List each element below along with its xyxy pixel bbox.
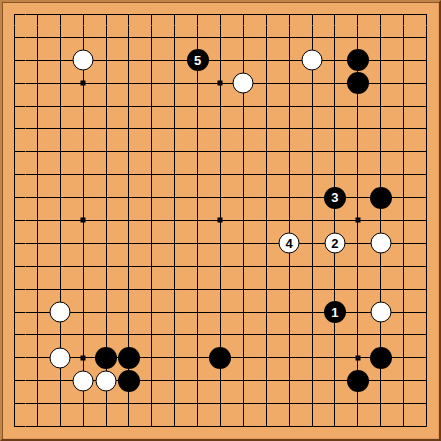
intersection-c6-r11[interactable] [117, 232, 140, 255]
intersection-c19-r9[interactable] [415, 186, 438, 209]
intersection-c3-r12[interactable] [49, 255, 72, 278]
intersection-c10-r12[interactable] [209, 255, 232, 278]
intersection-c4-r3[interactable] [72, 49, 95, 72]
intersection-c14-r2[interactable] [301, 26, 324, 49]
intersection-c2-r1[interactable] [26, 3, 49, 26]
intersection-c13-r8[interactable] [278, 163, 301, 186]
intersection-c12-r18[interactable] [255, 392, 278, 415]
intersection-c19-r17[interactable] [415, 369, 438, 392]
intersection-c17-r4[interactable] [369, 72, 392, 95]
intersection-c12-r7[interactable] [255, 140, 278, 163]
intersection-c4-r13[interactable] [72, 278, 95, 301]
intersection-c14-r18[interactable] [301, 392, 324, 415]
intersection-c8-r10[interactable] [163, 209, 186, 232]
intersection-c14-r7[interactable] [301, 140, 324, 163]
intersection-c4-r18[interactable] [72, 392, 95, 415]
intersection-c18-r9[interactable] [392, 186, 415, 209]
intersection-c3-r19[interactable] [49, 415, 72, 438]
intersection-c17-r8[interactable] [369, 163, 392, 186]
intersection-c2-r17[interactable] [26, 369, 49, 392]
intersection-c16-r7[interactable] [346, 140, 369, 163]
intersection-c7-r15[interactable] [140, 324, 163, 347]
intersection-c1-r6[interactable] [3, 117, 26, 140]
intersection-c13-r16[interactable] [278, 346, 301, 369]
intersection-c10-r18[interactable] [209, 392, 232, 415]
intersection-c18-r11[interactable] [392, 232, 415, 255]
intersection-c12-r13[interactable] [255, 278, 278, 301]
intersection-c10-r7[interactable] [209, 140, 232, 163]
intersection-c5-r17[interactable] [95, 369, 118, 392]
intersection-c7-r2[interactable] [140, 26, 163, 49]
intersection-c17-r3[interactable] [369, 49, 392, 72]
intersection-c12-r19[interactable] [255, 415, 278, 438]
intersection-c11-r17[interactable] [232, 369, 255, 392]
intersection-c3-r13[interactable] [49, 278, 72, 301]
intersection-c10-r14[interactable] [209, 301, 232, 324]
intersection-c11-r19[interactable] [232, 415, 255, 438]
intersection-c8-r15[interactable] [163, 324, 186, 347]
intersection-c12-r17[interactable] [255, 369, 278, 392]
intersection-c15-r3[interactable] [324, 49, 347, 72]
intersection-c15-r5[interactable] [324, 95, 347, 118]
intersection-c1-r12[interactable] [3, 255, 26, 278]
intersection-c13-r5[interactable] [278, 95, 301, 118]
intersection-c7-r9[interactable] [140, 186, 163, 209]
intersection-c16-r15[interactable] [346, 324, 369, 347]
intersection-c12-r6[interactable] [255, 117, 278, 140]
intersection-c11-r6[interactable] [232, 117, 255, 140]
intersection-c5-r18[interactable] [95, 392, 118, 415]
intersection-c6-r10[interactable] [117, 209, 140, 232]
intersection-c13-r3[interactable] [278, 49, 301, 72]
intersection-c3-r16[interactable] [49, 346, 72, 369]
intersection-c9-r12[interactable] [186, 255, 209, 278]
intersection-c7-r16[interactable] [140, 346, 163, 369]
intersection-c7-r17[interactable] [140, 369, 163, 392]
intersection-c17-r9[interactable] [369, 186, 392, 209]
intersection-c4-r5[interactable] [72, 95, 95, 118]
intersection-c6-r14[interactable] [117, 301, 140, 324]
intersection-c6-r2[interactable] [117, 26, 140, 49]
intersection-c8-r7[interactable] [163, 140, 186, 163]
intersection-c3-r1[interactable] [49, 3, 72, 26]
intersection-c3-r18[interactable] [49, 392, 72, 415]
intersection-c8-r13[interactable] [163, 278, 186, 301]
intersection-c12-r2[interactable] [255, 26, 278, 49]
intersection-c7-r1[interactable] [140, 3, 163, 26]
intersection-c1-r4[interactable] [3, 72, 26, 95]
intersection-c1-r8[interactable] [3, 163, 26, 186]
intersection-c10-r11[interactable] [209, 232, 232, 255]
intersection-c17-r13[interactable] [369, 278, 392, 301]
intersection-c4-r1[interactable] [72, 3, 95, 26]
intersection-c2-r12[interactable] [26, 255, 49, 278]
intersection-c5-r7[interactable] [95, 140, 118, 163]
intersection-c1-r11[interactable] [3, 232, 26, 255]
intersection-c1-r1[interactable] [3, 3, 26, 26]
intersection-c17-r7[interactable] [369, 140, 392, 163]
intersection-c12-r12[interactable] [255, 255, 278, 278]
intersection-c3-r9[interactable] [49, 186, 72, 209]
intersection-c1-r2[interactable] [3, 26, 26, 49]
intersection-c18-r5[interactable] [392, 95, 415, 118]
intersection-c18-r7[interactable] [392, 140, 415, 163]
intersection-c13-r10[interactable] [278, 209, 301, 232]
intersection-c1-r5[interactable] [3, 95, 26, 118]
intersection-c13-r12[interactable] [278, 255, 301, 278]
intersection-c9-r2[interactable] [186, 26, 209, 49]
intersection-c12-r4[interactable] [255, 72, 278, 95]
intersection-c8-r16[interactable] [163, 346, 186, 369]
intersection-c14-r5[interactable] [301, 95, 324, 118]
intersection-c3-r5[interactable] [49, 95, 72, 118]
intersection-c6-r1[interactable] [117, 3, 140, 26]
intersection-c6-r7[interactable] [117, 140, 140, 163]
intersection-c13-r13[interactable] [278, 278, 301, 301]
intersection-c13-r4[interactable] [278, 72, 301, 95]
intersection-c13-r7[interactable] [278, 140, 301, 163]
intersection-c11-r9[interactable] [232, 186, 255, 209]
intersection-c1-r16[interactable] [3, 346, 26, 369]
intersection-c5-r8[interactable] [95, 163, 118, 186]
intersection-c18-r10[interactable] [392, 209, 415, 232]
intersection-c13-r2[interactable] [278, 26, 301, 49]
intersection-c3-r15[interactable] [49, 324, 72, 347]
intersection-c4-r16[interactable] [72, 346, 95, 369]
intersection-c16-r16[interactable] [346, 346, 369, 369]
intersection-c19-r1[interactable] [415, 3, 438, 26]
intersection-c11-r10[interactable] [232, 209, 255, 232]
intersection-c9-r18[interactable] [186, 392, 209, 415]
intersection-c15-r7[interactable] [324, 140, 347, 163]
intersection-c6-r15[interactable] [117, 324, 140, 347]
intersection-c2-r13[interactable] [26, 278, 49, 301]
intersection-c11-r5[interactable] [232, 95, 255, 118]
intersection-c6-r6[interactable] [117, 117, 140, 140]
intersection-c10-r8[interactable] [209, 163, 232, 186]
intersection-c14-r19[interactable] [301, 415, 324, 438]
intersection-c8-r9[interactable] [163, 186, 186, 209]
intersection-c8-r14[interactable] [163, 301, 186, 324]
intersection-c8-r4[interactable] [163, 72, 186, 95]
intersection-c12-r8[interactable] [255, 163, 278, 186]
intersection-c5-r5[interactable] [95, 95, 118, 118]
intersection-c5-r6[interactable] [95, 117, 118, 140]
intersection-c6-r3[interactable] [117, 49, 140, 72]
intersection-c14-r3[interactable] [301, 49, 324, 72]
intersection-c9-r15[interactable] [186, 324, 209, 347]
intersection-c12-r16[interactable] [255, 346, 278, 369]
intersection-c4-r4[interactable] [72, 72, 95, 95]
intersection-c6-r18[interactable] [117, 392, 140, 415]
intersection-c5-r15[interactable] [95, 324, 118, 347]
intersection-c14-r12[interactable] [301, 255, 324, 278]
intersection-c7-r5[interactable] [140, 95, 163, 118]
intersection-c7-r8[interactable] [140, 163, 163, 186]
intersection-c9-r11[interactable] [186, 232, 209, 255]
intersection-c16-r1[interactable] [346, 3, 369, 26]
intersection-c11-r4[interactable] [232, 72, 255, 95]
intersection-c10-r2[interactable] [209, 26, 232, 49]
intersection-c14-r13[interactable] [301, 278, 324, 301]
intersection-c10-r13[interactable] [209, 278, 232, 301]
intersection-c16-r12[interactable] [346, 255, 369, 278]
intersection-c18-r19[interactable] [392, 415, 415, 438]
intersection-c19-r6[interactable] [415, 117, 438, 140]
intersection-c9-r16[interactable] [186, 346, 209, 369]
intersection-c8-r1[interactable] [163, 3, 186, 26]
intersection-c11-r3[interactable] [232, 49, 255, 72]
intersection-c2-r9[interactable] [26, 186, 49, 209]
intersection-c1-r13[interactable] [3, 278, 26, 301]
intersection-c10-r19[interactable] [209, 415, 232, 438]
intersection-c16-r19[interactable] [346, 415, 369, 438]
intersection-c14-r9[interactable] [301, 186, 324, 209]
intersection-c10-r6[interactable] [209, 117, 232, 140]
intersection-c12-r5[interactable] [255, 95, 278, 118]
intersection-c12-r3[interactable] [255, 49, 278, 72]
intersection-c7-r11[interactable] [140, 232, 163, 255]
intersection-c3-r10[interactable] [49, 209, 72, 232]
intersection-c17-r16[interactable] [369, 346, 392, 369]
intersection-c1-r14[interactable] [3, 301, 26, 324]
intersection-c6-r17[interactable] [117, 369, 140, 392]
intersection-c19-r2[interactable] [415, 26, 438, 49]
intersection-c3-r14[interactable] [49, 301, 72, 324]
intersection-c18-r13[interactable] [392, 278, 415, 301]
intersection-c1-r9[interactable] [3, 186, 26, 209]
intersection-c6-r13[interactable] [117, 278, 140, 301]
intersection-c13-r6[interactable] [278, 117, 301, 140]
intersection-c18-r17[interactable] [392, 369, 415, 392]
intersection-c12-r11[interactable] [255, 232, 278, 255]
intersection-c19-r14[interactable] [415, 301, 438, 324]
intersection-c18-r3[interactable] [392, 49, 415, 72]
intersection-c12-r15[interactable] [255, 324, 278, 347]
intersection-c9-r7[interactable] [186, 140, 209, 163]
intersection-c14-r16[interactable] [301, 346, 324, 369]
intersection-c4-r15[interactable] [72, 324, 95, 347]
intersection-c1-r3[interactable] [3, 49, 26, 72]
intersection-c13-r1[interactable] [278, 3, 301, 26]
intersection-c13-r17[interactable] [278, 369, 301, 392]
intersection-c5-r2[interactable] [95, 26, 118, 49]
intersection-c7-r18[interactable] [140, 392, 163, 415]
intersection-c2-r6[interactable] [26, 117, 49, 140]
intersection-c19-r5[interactable] [415, 95, 438, 118]
intersection-c17-r5[interactable] [369, 95, 392, 118]
intersection-c10-r5[interactable] [209, 95, 232, 118]
intersection-c3-r2[interactable] [49, 26, 72, 49]
intersection-c5-r3[interactable] [95, 49, 118, 72]
intersection-c7-r12[interactable] [140, 255, 163, 278]
intersection-c2-r14[interactable] [26, 301, 49, 324]
intersection-c15-r4[interactable] [324, 72, 347, 95]
intersection-c11-r2[interactable] [232, 26, 255, 49]
intersection-c5-r9[interactable] [95, 186, 118, 209]
intersection-c16-r18[interactable] [346, 392, 369, 415]
intersection-c18-r16[interactable] [392, 346, 415, 369]
intersection-c13-r18[interactable] [278, 392, 301, 415]
intersection-c14-r11[interactable] [301, 232, 324, 255]
intersection-c2-r10[interactable] [26, 209, 49, 232]
intersection-c2-r7[interactable] [26, 140, 49, 163]
intersection-c14-r8[interactable] [301, 163, 324, 186]
intersection-c13-r11[interactable]: 4 [278, 232, 301, 255]
intersection-c10-r16[interactable] [209, 346, 232, 369]
intersection-c12-r9[interactable] [255, 186, 278, 209]
intersection-c3-r11[interactable] [49, 232, 72, 255]
intersection-c17-r17[interactable] [369, 369, 392, 392]
intersection-c2-r2[interactable] [26, 26, 49, 49]
intersection-c4-r9[interactable] [72, 186, 95, 209]
intersection-c6-r12[interactable] [117, 255, 140, 278]
intersection-c15-r14[interactable]: 1 [324, 301, 347, 324]
intersection-c16-r9[interactable] [346, 186, 369, 209]
intersection-c12-r10[interactable] [255, 209, 278, 232]
intersection-c4-r14[interactable] [72, 301, 95, 324]
intersection-c17-r2[interactable] [369, 26, 392, 49]
intersection-c7-r7[interactable] [140, 140, 163, 163]
intersection-c4-r7[interactable] [72, 140, 95, 163]
intersection-c3-r4[interactable] [49, 72, 72, 95]
intersection-c8-r18[interactable] [163, 392, 186, 415]
intersection-c16-r10[interactable] [346, 209, 369, 232]
intersection-c9-r3[interactable]: 5 [186, 49, 209, 72]
intersection-c8-r11[interactable] [163, 232, 186, 255]
intersection-c2-r11[interactable] [26, 232, 49, 255]
intersection-c4-r12[interactable] [72, 255, 95, 278]
intersection-c6-r8[interactable] [117, 163, 140, 186]
intersection-c17-r15[interactable] [369, 324, 392, 347]
intersection-c18-r15[interactable] [392, 324, 415, 347]
intersection-c5-r14[interactable] [95, 301, 118, 324]
intersection-c18-r6[interactable] [392, 117, 415, 140]
intersection-c5-r19[interactable] [95, 415, 118, 438]
intersection-c13-r19[interactable] [278, 415, 301, 438]
intersection-c14-r10[interactable] [301, 209, 324, 232]
intersection-c5-r11[interactable] [95, 232, 118, 255]
intersection-c17-r6[interactable] [369, 117, 392, 140]
intersection-c16-r2[interactable] [346, 26, 369, 49]
intersection-c1-r10[interactable] [3, 209, 26, 232]
intersection-c3-r8[interactable] [49, 163, 72, 186]
intersection-c11-r13[interactable] [232, 278, 255, 301]
intersection-c17-r19[interactable] [369, 415, 392, 438]
intersection-c7-r3[interactable] [140, 49, 163, 72]
intersection-c8-r19[interactable] [163, 415, 186, 438]
intersection-c3-r7[interactable] [49, 140, 72, 163]
intersection-c7-r19[interactable] [140, 415, 163, 438]
intersection-c14-r4[interactable] [301, 72, 324, 95]
intersection-c14-r1[interactable] [301, 3, 324, 26]
intersection-c2-r5[interactable] [26, 95, 49, 118]
intersection-c6-r4[interactable] [117, 72, 140, 95]
intersection-c1-r17[interactable] [3, 369, 26, 392]
intersection-c7-r10[interactable] [140, 209, 163, 232]
intersection-c5-r12[interactable] [95, 255, 118, 278]
intersection-c9-r8[interactable] [186, 163, 209, 186]
intersection-c6-r9[interactable] [117, 186, 140, 209]
intersection-c15-r11[interactable]: 2 [324, 232, 347, 255]
intersection-c7-r6[interactable] [140, 117, 163, 140]
intersection-c17-r12[interactable] [369, 255, 392, 278]
intersection-c19-r11[interactable] [415, 232, 438, 255]
intersection-c15-r2[interactable] [324, 26, 347, 49]
intersection-c15-r1[interactable] [324, 3, 347, 26]
intersection-c9-r9[interactable] [186, 186, 209, 209]
intersection-c7-r4[interactable] [140, 72, 163, 95]
intersection-c12-r14[interactable] [255, 301, 278, 324]
intersection-c18-r4[interactable] [392, 72, 415, 95]
intersection-c9-r19[interactable] [186, 415, 209, 438]
intersection-c15-r15[interactable] [324, 324, 347, 347]
intersection-c8-r8[interactable] [163, 163, 186, 186]
intersection-c4-r19[interactable] [72, 415, 95, 438]
intersection-c11-r12[interactable] [232, 255, 255, 278]
intersection-c14-r14[interactable] [301, 301, 324, 324]
intersection-c13-r9[interactable] [278, 186, 301, 209]
intersection-c3-r17[interactable] [49, 369, 72, 392]
intersection-c8-r12[interactable] [163, 255, 186, 278]
intersection-c2-r15[interactable] [26, 324, 49, 347]
intersection-c17-r11[interactable] [369, 232, 392, 255]
intersection-c10-r3[interactable] [209, 49, 232, 72]
intersection-c8-r6[interactable] [163, 117, 186, 140]
intersection-c14-r6[interactable] [301, 117, 324, 140]
intersection-c10-r10[interactable] [209, 209, 232, 232]
intersection-c11-r18[interactable] [232, 392, 255, 415]
intersection-c9-r13[interactable] [186, 278, 209, 301]
intersection-c6-r16[interactable] [117, 346, 140, 369]
intersection-c19-r7[interactable] [415, 140, 438, 163]
intersection-c2-r3[interactable] [26, 49, 49, 72]
intersection-c19-r18[interactable] [415, 392, 438, 415]
intersection-c17-r10[interactable] [369, 209, 392, 232]
intersection-c15-r13[interactable] [324, 278, 347, 301]
intersection-c16-r14[interactable] [346, 301, 369, 324]
intersection-c11-r8[interactable] [232, 163, 255, 186]
intersection-c15-r12[interactable] [324, 255, 347, 278]
intersection-c14-r15[interactable] [301, 324, 324, 347]
intersection-c9-r5[interactable] [186, 95, 209, 118]
intersection-c14-r17[interactable] [301, 369, 324, 392]
intersection-c19-r15[interactable] [415, 324, 438, 347]
intersection-c13-r15[interactable] [278, 324, 301, 347]
intersection-c19-r4[interactable] [415, 72, 438, 95]
intersection-c18-r14[interactable] [392, 301, 415, 324]
intersection-c16-r8[interactable] [346, 163, 369, 186]
intersection-c15-r19[interactable] [324, 415, 347, 438]
intersection-c7-r14[interactable] [140, 301, 163, 324]
intersection-c19-r10[interactable] [415, 209, 438, 232]
intersection-c15-r8[interactable] [324, 163, 347, 186]
intersection-c1-r18[interactable] [3, 392, 26, 415]
intersection-c10-r4[interactable] [209, 72, 232, 95]
intersection-c18-r1[interactable] [392, 3, 415, 26]
intersection-c9-r17[interactable] [186, 369, 209, 392]
intersection-c16-r5[interactable] [346, 95, 369, 118]
intersection-c18-r12[interactable] [392, 255, 415, 278]
intersection-c8-r5[interactable] [163, 95, 186, 118]
intersection-c7-r13[interactable] [140, 278, 163, 301]
intersection-c8-r17[interactable] [163, 369, 186, 392]
intersection-c19-r8[interactable] [415, 163, 438, 186]
intersection-c1-r19[interactable] [3, 415, 26, 438]
intersection-c10-r9[interactable] [209, 186, 232, 209]
intersection-c5-r16[interactable] [95, 346, 118, 369]
intersection-c18-r2[interactable] [392, 26, 415, 49]
